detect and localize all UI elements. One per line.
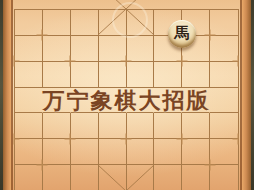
frame-border-line-left	[11, 0, 13, 190]
star-point-marker	[120, 133, 133, 146]
star-point-marker	[36, 29, 49, 42]
star-point-marker	[64, 55, 77, 68]
board-cell[interactable]	[99, 165, 127, 190]
star-point-marker	[64, 133, 77, 146]
frame-bevel-right	[242, 0, 251, 190]
piece-black-horse[interactable]: 馬	[168, 20, 196, 48]
highlight-ring	[112, 2, 148, 38]
frame-dark-edge-right	[251, 0, 254, 190]
board-cell[interactable]	[154, 165, 182, 190]
board-cell[interactable]	[71, 165, 99, 190]
board-cell[interactable]	[127, 165, 155, 190]
star-point-marker	[176, 133, 189, 146]
board-cell[interactable]	[71, 10, 99, 36]
star-point-marker	[176, 55, 189, 68]
star-point-marker	[204, 159, 217, 172]
river-title: 万宁象棋大招版	[14, 88, 239, 114]
star-point-marker	[36, 159, 49, 172]
star-point-marker	[120, 55, 133, 68]
piece-glyph: 馬	[175, 25, 190, 40]
xiangqi-board-screen: 万宁象棋大招版 馬	[0, 0, 254, 190]
star-point-marker	[204, 29, 217, 42]
frame-bevel-left	[3, 0, 11, 190]
